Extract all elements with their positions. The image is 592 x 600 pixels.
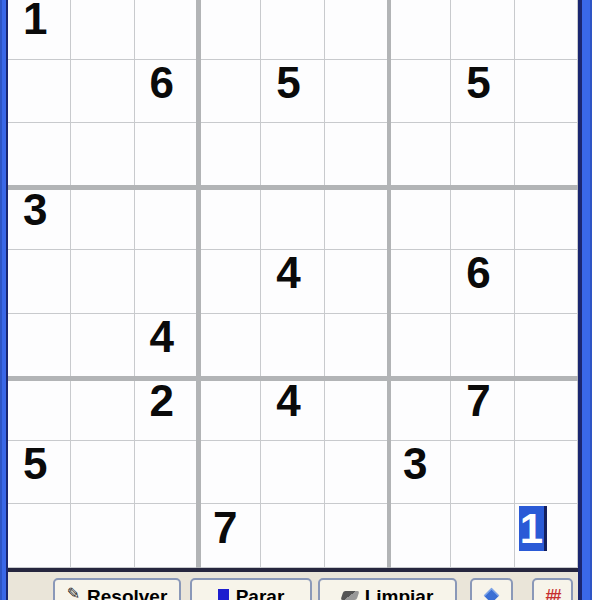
given-digit: 2 (150, 379, 174, 423)
cell-r3c9[interactable] (515, 123, 578, 187)
pen-icon: ✎ (67, 586, 80, 600)
selected-cell-highlight: 1 (519, 506, 547, 551)
window-border-left (0, 0, 8, 600)
cell-r4c6[interactable] (325, 187, 388, 251)
cell-r1c4[interactable] (198, 0, 261, 60)
cell-r7c6[interactable] (325, 377, 388, 441)
cell-r4c4[interactable] (198, 187, 261, 251)
sudoku-board: 165534642475371 (8, 0, 578, 568)
given-digit: 7 (466, 379, 490, 423)
cell-r4c1[interactable]: 3 (8, 187, 71, 251)
cell-r2c1[interactable] (8, 60, 71, 124)
cell-r9c6[interactable] (325, 504, 388, 568)
cell-r9c9[interactable]: 1 (515, 504, 578, 568)
cell-r9c7[interactable] (388, 504, 451, 568)
cell-r6c1[interactable] (8, 314, 71, 378)
diamond-button[interactable] (470, 578, 513, 600)
cell-r2c6[interactable] (325, 60, 388, 124)
cell-r7c8[interactable]: 7 (451, 377, 514, 441)
cell-r1c5[interactable] (261, 0, 324, 60)
box-divider-vertical-2 (387, 0, 392, 568)
cell-r3c3[interactable] (135, 123, 198, 187)
cell-r3c7[interactable] (388, 123, 451, 187)
cell-r8c8[interactable] (451, 441, 514, 505)
cell-r8c1[interactable]: 5 (8, 441, 71, 505)
cell-r5c4[interactable] (198, 250, 261, 314)
eraser-icon (340, 591, 359, 600)
given-digit: 4 (150, 315, 174, 359)
cell-r5c1[interactable] (8, 250, 71, 314)
cell-r9c2[interactable] (71, 504, 134, 568)
cell-r1c2[interactable] (71, 0, 134, 60)
cell-r2c7[interactable] (388, 60, 451, 124)
cell-r9c1[interactable] (8, 504, 71, 568)
diamond-icon (484, 588, 500, 600)
limpiar-button-label: Limpiar (365, 585, 434, 600)
cell-r5c7[interactable] (388, 250, 451, 314)
cell-r5c5[interactable]: 4 (261, 250, 324, 314)
given-digit: 5 (23, 442, 47, 486)
cell-r8c6[interactable] (325, 441, 388, 505)
cell-r1c3[interactable] (135, 0, 198, 60)
resolver-button[interactable]: ✎ Resolver (53, 578, 181, 600)
cell-r6c3[interactable]: 4 (135, 314, 198, 378)
cell-r6c4[interactable] (198, 314, 261, 378)
cell-r3c5[interactable] (261, 123, 324, 187)
toolbar: ✎ Resolver Parar Limpiar ## (8, 572, 578, 600)
window-border-right (578, 0, 592, 600)
box-divider-horizontal-1 (8, 185, 578, 190)
given-digit: 5 (276, 61, 300, 105)
cell-r6c5[interactable] (261, 314, 324, 378)
given-digit: 6 (150, 61, 174, 105)
given-digit: 6 (466, 251, 490, 295)
cell-r7c3[interactable]: 2 (135, 377, 198, 441)
cell-r1c7[interactable] (388, 0, 451, 60)
given-digit: 1 (23, 0, 47, 41)
cell-r7c7[interactable] (388, 377, 451, 441)
given-digit: 3 (403, 442, 427, 486)
cell-r3c6[interactable] (325, 123, 388, 187)
cell-r2c2[interactable] (71, 60, 134, 124)
resolver-button-label: Resolver (87, 585, 167, 600)
cell-r7c5[interactable]: 4 (261, 377, 324, 441)
cell-r2c4[interactable] (198, 60, 261, 124)
cell-r3c8[interactable] (451, 123, 514, 187)
cell-r3c2[interactable] (71, 123, 134, 187)
cell-r1c8[interactable] (451, 0, 514, 60)
given-digit: 4 (276, 379, 300, 423)
cell-r4c5[interactable] (261, 187, 324, 251)
cell-r5c3[interactable] (135, 250, 198, 314)
hash-button[interactable]: ## (532, 578, 573, 600)
cell-r8c7[interactable]: 3 (388, 441, 451, 505)
cell-r2c9[interactable] (515, 60, 578, 124)
cell-r5c8[interactable]: 6 (451, 250, 514, 314)
cell-r6c8[interactable] (451, 314, 514, 378)
cell-r9c8[interactable] (451, 504, 514, 568)
parar-button[interactable]: Parar (190, 578, 312, 600)
cell-r9c4[interactable]: 7 (198, 504, 261, 568)
cell-r7c2[interactable] (71, 377, 134, 441)
cell-r8c2[interactable] (71, 441, 134, 505)
limpiar-button[interactable]: Limpiar (318, 578, 457, 600)
cell-r4c9[interactable] (515, 187, 578, 251)
given-digit: 7 (213, 506, 237, 550)
cell-r8c3[interactable] (135, 441, 198, 505)
cell-r6c6[interactable] (325, 314, 388, 378)
cell-r5c6[interactable] (325, 250, 388, 314)
given-digit: 5 (466, 61, 490, 105)
cell-r9c5[interactable] (261, 504, 324, 568)
cell-r2c5[interactable]: 5 (261, 60, 324, 124)
cell-r5c9[interactable] (515, 250, 578, 314)
cell-r8c9[interactable] (515, 441, 578, 505)
cell-r1c9[interactable] (515, 0, 578, 60)
parar-button-label: Parar (236, 585, 285, 600)
cell-r9c3[interactable] (135, 504, 198, 568)
cell-r4c7[interactable] (388, 187, 451, 251)
given-digit: 3 (23, 188, 47, 232)
cell-r8c4[interactable] (198, 441, 261, 505)
hash-icon: ## (546, 588, 560, 600)
cell-r8c5[interactable] (261, 441, 324, 505)
cell-r7c9[interactable] (515, 377, 578, 441)
cell-r3c1[interactable] (8, 123, 71, 187)
cell-r5c2[interactable] (71, 250, 134, 314)
cell-r6c2[interactable] (71, 314, 134, 378)
cell-r4c8[interactable] (451, 187, 514, 251)
cell-r4c3[interactable] (135, 187, 198, 251)
cell-r3c4[interactable] (198, 123, 261, 187)
box-divider-vertical-1 (196, 0, 201, 568)
cell-r4c2[interactable] (71, 187, 134, 251)
stop-square-icon (218, 589, 229, 600)
cell-r1c1[interactable]: 1 (8, 0, 71, 60)
cell-r7c1[interactable] (8, 377, 71, 441)
selected-cell-digit: 1 (520, 508, 543, 550)
cell-r6c9[interactable] (515, 314, 578, 378)
cell-r2c8[interactable]: 5 (451, 60, 514, 124)
cell-r1c6[interactable] (325, 0, 388, 60)
cell-r7c4[interactable] (198, 377, 261, 441)
cell-r6c7[interactable] (388, 314, 451, 378)
given-digit: 4 (276, 251, 300, 295)
cell-r2c3[interactable]: 6 (135, 60, 198, 124)
